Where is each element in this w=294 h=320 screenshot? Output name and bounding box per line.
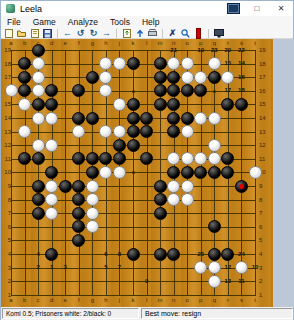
black-stone[interactable] <box>72 112 85 125</box>
coord-label-right: 1 <box>259 292 269 298</box>
black-stone[interactable] <box>99 152 112 165</box>
save-icon[interactable] <box>42 28 53 38</box>
coord-label-bottom: p <box>196 297 206 303</box>
white-stone[interactable] <box>113 98 126 111</box>
coord-label-right: 2 <box>259 278 269 284</box>
black-stone[interactable] <box>167 125 180 138</box>
move-number-label: 1 <box>46 264 58 271</box>
black-stone[interactable] <box>154 57 167 70</box>
coord-label-bottom: g <box>87 297 97 303</box>
white-stone[interactable] <box>167 180 180 193</box>
coord-label-top: f <box>74 40 84 46</box>
star-point <box>132 171 135 174</box>
white-stone[interactable] <box>99 71 112 84</box>
black-stone[interactable] <box>127 112 140 125</box>
window-preview-icon[interactable] <box>221 1 245 16</box>
white-stone[interactable] <box>194 112 207 125</box>
coord-label-top: a <box>6 40 16 46</box>
coord-label-left: 10 <box>1 169 11 175</box>
white-stone[interactable] <box>45 112 58 125</box>
black-stone[interactable] <box>221 248 234 261</box>
white-stone[interactable] <box>32 57 45 70</box>
white-stone[interactable] <box>181 71 194 84</box>
grid-line <box>11 295 256 296</box>
open-recent-icon[interactable] <box>29 28 40 38</box>
move-number-label: 17 <box>222 87 234 94</box>
white-stone[interactable] <box>181 180 194 193</box>
move-number-label: 23 <box>208 47 220 54</box>
white-stone[interactable] <box>194 261 207 274</box>
move-number-label: 11 <box>235 278 247 285</box>
score-icon[interactable] <box>121 28 132 38</box>
coord-label-bottom: a <box>6 297 16 303</box>
black-stone[interactable] <box>18 84 31 97</box>
open-icon[interactable] <box>16 28 27 38</box>
white-stone[interactable] <box>99 166 112 179</box>
coord-label-left: 11 <box>1 156 11 162</box>
grid-line <box>11 240 256 241</box>
white-stone[interactable] <box>208 275 221 288</box>
clear-analysis-icon[interactable]: ✗ <box>167 28 178 38</box>
coord-label-right: 7 <box>259 210 269 216</box>
coord-label-bottom: m <box>155 297 165 303</box>
white-stone[interactable] <box>249 166 262 179</box>
coord-label-right: 8 <box>259 197 269 203</box>
move-number-label: 14 <box>235 60 247 67</box>
white-stone[interactable] <box>167 57 180 70</box>
coord-label-right: 14 <box>259 115 269 121</box>
white-stone[interactable] <box>181 125 194 138</box>
white-stone[interactable] <box>18 125 31 138</box>
coord-label-left: 13 <box>1 129 11 135</box>
black-stone[interactable] <box>127 57 140 70</box>
coord-label-left: 7 <box>1 210 11 216</box>
coord-label-bottom: d <box>47 297 57 303</box>
forward-arrow-icon[interactable]: → <box>101 28 112 38</box>
menu-game[interactable]: Game <box>27 16 62 28</box>
black-stone[interactable] <box>32 44 45 57</box>
status-komi-prisoners: Komi 0.5; Prisoners white: 2/black: 0 <box>2 308 139 319</box>
black-stone[interactable] <box>45 248 58 261</box>
move-number-label: 3 <box>59 264 71 271</box>
move-number-label: 16 <box>235 74 247 81</box>
white-stone[interactable] <box>86 220 99 233</box>
black-stone[interactable] <box>32 180 45 193</box>
black-stone[interactable] <box>140 112 153 125</box>
black-stone[interactable] <box>45 166 58 179</box>
coord-label-top: r <box>223 40 233 46</box>
coord-label-left: 19 <box>1 47 11 53</box>
star-point <box>132 90 135 93</box>
move-number-label: 22 <box>235 47 247 54</box>
white-stone[interactable] <box>208 261 221 274</box>
black-stone[interactable] <box>154 180 167 193</box>
move-number-label: 21 <box>168 47 180 54</box>
coord-label-bottom: k <box>128 297 138 303</box>
menu-tools[interactable]: Tools <box>104 16 136 28</box>
black-stone[interactable] <box>72 234 85 247</box>
menu-bar: File Game Analyze Tools Help <box>1 16 293 28</box>
print-icon[interactable] <box>147 28 158 38</box>
coord-label-top: s <box>236 40 246 46</box>
coord-label-left: 12 <box>1 142 11 148</box>
white-stone[interactable] <box>235 261 248 274</box>
black-stone[interactable] <box>32 193 45 206</box>
coord-label-right: 13 <box>259 129 269 135</box>
white-stone[interactable] <box>99 125 112 138</box>
coord-label-top: t <box>250 40 260 46</box>
black-stone[interactable] <box>127 125 140 138</box>
white-stone[interactable] <box>45 193 58 206</box>
white-stone[interactable] <box>86 207 99 220</box>
coord-label-left: 14 <box>1 115 11 121</box>
coord-label-right: 19 <box>259 47 269 53</box>
coord-label-top: g <box>87 40 97 46</box>
black-stone[interactable] <box>167 248 180 261</box>
coord-label-top: e <box>60 40 70 46</box>
redo-icon[interactable]: ↻ <box>88 28 99 38</box>
coord-label-bottom: l <box>142 297 152 303</box>
white-stone[interactable] <box>72 125 85 138</box>
white-stone[interactable] <box>113 166 126 179</box>
move-number-label: 20 <box>222 47 234 54</box>
move-number-label: 7 <box>113 264 125 271</box>
white-stone[interactable] <box>167 152 180 165</box>
move-number-label: 19 <box>195 47 207 54</box>
coord-label-bottom: f <box>74 297 84 303</box>
black-stone[interactable] <box>86 166 99 179</box>
white-stone[interactable] <box>113 125 126 138</box>
white-stone[interactable] <box>208 139 221 152</box>
move-number-label: 25 <box>195 251 207 258</box>
coord-label-top: h <box>101 40 111 46</box>
white-stone[interactable] <box>32 84 45 97</box>
coord-label-bottom: s <box>236 297 246 303</box>
black-stone[interactable] <box>208 220 221 233</box>
black-stone[interactable] <box>181 112 194 125</box>
black-stone[interactable] <box>221 98 234 111</box>
coord-label-top: o <box>182 40 192 46</box>
menu-file[interactable]: File <box>1 16 27 28</box>
black-stone[interactable] <box>167 166 180 179</box>
coord-label-bottom: h <box>101 297 111 303</box>
coord-label-top: q <box>209 40 219 46</box>
menu-help[interactable]: Help <box>136 16 165 28</box>
black-stone[interactable] <box>72 207 85 220</box>
black-stone[interactable] <box>221 166 234 179</box>
coord-label-left: 2 <box>1 278 11 284</box>
black-stone[interactable] <box>181 166 194 179</box>
coord-label-left: 18 <box>1 61 11 67</box>
move-number-label: 5 <box>100 264 112 271</box>
black-stone[interactable] <box>154 193 167 206</box>
black-stone[interactable] <box>86 112 99 125</box>
move-number-label: 10 <box>249 264 261 271</box>
white-stone[interactable] <box>99 57 112 70</box>
black-stone[interactable] <box>167 112 180 125</box>
coord-label-right: 4 <box>259 251 269 257</box>
stop-icon[interactable] <box>193 28 204 38</box>
white-stone[interactable] <box>167 193 180 206</box>
app-icon <box>6 4 15 13</box>
coord-label-right: 11 <box>259 156 269 162</box>
last-move-marker <box>239 184 244 189</box>
black-stone[interactable] <box>113 152 126 165</box>
coord-label-top: p <box>196 40 206 46</box>
coord-label-right: 5 <box>259 237 269 243</box>
coord-label-right: 17 <box>259 74 269 80</box>
black-stone[interactable] <box>140 125 153 138</box>
coord-label-left: 3 <box>1 265 11 271</box>
coord-label-top: d <box>47 40 57 46</box>
black-stone[interactable] <box>32 152 45 165</box>
black-stone[interactable] <box>154 248 167 261</box>
maximize-button[interactable]: □ <box>245 1 269 16</box>
white-stone[interactable] <box>45 207 58 220</box>
black-stone[interactable] <box>221 152 234 165</box>
go-board[interactable]: aa1919bb1818cc1717dd1616ee1515ff1414gg13… <box>1 39 273 307</box>
white-stone[interactable] <box>113 57 126 70</box>
black-stone[interactable] <box>72 152 85 165</box>
coord-label-top: n <box>169 40 179 46</box>
white-stone[interactable] <box>208 57 221 70</box>
computer-move-icon[interactable] <box>213 28 224 38</box>
black-stone[interactable] <box>18 152 31 165</box>
coord-label-right: 18 <box>259 61 269 67</box>
menu-analyze[interactable]: Analyze <box>62 16 104 28</box>
coord-label-right: 12 <box>259 142 269 148</box>
coord-label-top: b <box>20 40 30 46</box>
coord-label-left: 9 <box>1 183 11 189</box>
coord-label-bottom: o <box>182 297 192 303</box>
toolbar: ← ↺ ↻ → ✗ <box>1 28 293 39</box>
black-stone[interactable] <box>72 220 85 233</box>
black-stone[interactable] <box>167 71 180 84</box>
white-stone[interactable] <box>86 180 99 193</box>
black-stone[interactable] <box>72 193 85 206</box>
analyze-icon[interactable] <box>180 28 191 38</box>
white-stone[interactable] <box>181 57 194 70</box>
coord-label-left: 1 <box>1 292 11 298</box>
white-stone[interactable] <box>194 152 207 165</box>
black-stone[interactable] <box>18 71 31 84</box>
black-stone[interactable] <box>127 98 140 111</box>
black-stone[interactable] <box>167 84 180 97</box>
coord-label-left: 6 <box>1 224 11 230</box>
black-stone[interactable] <box>32 207 45 220</box>
black-stone[interactable] <box>72 180 85 193</box>
black-stone[interactable] <box>59 180 72 193</box>
white-stone[interactable] <box>194 71 207 84</box>
move-number-label: 4 <box>32 251 44 258</box>
black-stone[interactable] <box>45 98 58 111</box>
white-stone[interactable] <box>32 112 45 125</box>
black-stone[interactable] <box>208 71 221 84</box>
back-arrow-icon[interactable]: ← <box>62 28 73 38</box>
coord-label-top: k <box>128 40 138 46</box>
white-stone[interactable] <box>208 112 221 125</box>
status-bar: Komi 0.5; Prisoners white: 2/black: 0 Be… <box>1 307 293 320</box>
black-stone[interactable] <box>194 166 207 179</box>
coord-label-left: 15 <box>1 101 11 107</box>
black-stone[interactable] <box>167 98 180 111</box>
black-stone[interactable] <box>86 152 99 165</box>
white-stone[interactable] <box>45 180 58 193</box>
coord-label-top: j <box>114 40 124 46</box>
black-stone[interactable] <box>127 139 140 152</box>
status-best-move: Best move: resign <box>141 308 293 319</box>
white-stone[interactable] <box>86 193 99 206</box>
black-stone[interactable] <box>45 84 58 97</box>
white-stone[interactable] <box>18 98 31 111</box>
coord-label-right: 9 <box>259 183 269 189</box>
move-number-label: 24 <box>235 251 247 258</box>
white-stone[interactable] <box>221 71 234 84</box>
black-stone[interactable] <box>194 84 207 97</box>
black-stone[interactable] <box>208 248 221 261</box>
move-number-label: 18 <box>235 87 247 94</box>
white-stone[interactable] <box>32 139 45 152</box>
move-number-label: 12 <box>222 264 234 271</box>
black-stone[interactable] <box>86 71 99 84</box>
pass-icon[interactable] <box>134 28 145 38</box>
window-title: Leela <box>20 4 42 14</box>
move-number-label: 8 <box>113 251 125 258</box>
black-stone[interactable] <box>154 207 167 220</box>
coord-label-right: 16 <box>259 88 269 94</box>
coord-label-top: m <box>155 40 165 46</box>
coord-label-right: 15 <box>259 101 269 107</box>
black-stone[interactable] <box>32 98 45 111</box>
star-point <box>213 90 216 93</box>
black-stone[interactable] <box>154 84 167 97</box>
coord-label-bottom: c <box>33 297 43 303</box>
grid-line <box>147 50 148 296</box>
leela-window: Leela □ ✕ File Game Analyze Tools Help ←… <box>0 0 294 320</box>
move-number-label: 15 <box>222 60 234 67</box>
black-stone[interactable] <box>72 84 85 97</box>
coord-label-left: 5 <box>1 237 11 243</box>
black-stone[interactable] <box>208 166 221 179</box>
black-stone[interactable] <box>18 57 31 70</box>
black-stone[interactable] <box>235 98 248 111</box>
black-stone[interactable] <box>140 152 153 165</box>
white-stone[interactable] <box>99 84 112 97</box>
coord-label-bottom: n <box>169 297 179 303</box>
title-bar: Leela □ ✕ <box>1 1 293 16</box>
coord-label-left: 8 <box>1 197 11 203</box>
move-number-label: 9 <box>141 278 153 285</box>
white-stone[interactable] <box>181 152 194 165</box>
close-button[interactable]: ✕ <box>269 1 293 16</box>
move-number-label: 6 <box>100 251 112 258</box>
move-number-label: 13 <box>222 278 234 285</box>
coord-label-top: l <box>142 40 152 46</box>
coord-label-left: 17 <box>1 74 11 80</box>
coord-label-bottom: t <box>250 297 260 303</box>
black-stone[interactable] <box>154 98 167 111</box>
black-stone[interactable] <box>181 84 194 97</box>
coord-label-bottom: e <box>60 297 70 303</box>
coord-label-bottom: q <box>209 297 219 303</box>
coord-label-bottom: r <box>223 297 233 303</box>
coord-label-right: 6 <box>259 224 269 230</box>
black-stone[interactable] <box>127 248 140 261</box>
black-stone[interactable] <box>113 139 126 152</box>
move-number-label: 2 <box>32 264 44 271</box>
undo-icon[interactable]: ↺ <box>75 28 86 38</box>
white-stone[interactable] <box>208 152 221 165</box>
coord-label-bottom: j <box>114 297 124 303</box>
new-board-icon[interactable] <box>3 28 14 38</box>
white-stone[interactable] <box>32 71 45 84</box>
window-background-strip <box>273 39 294 307</box>
coord-label-bottom: b <box>20 297 30 303</box>
black-stone[interactable] <box>154 71 167 84</box>
white-stone[interactable] <box>5 84 18 97</box>
coord-label-left: 4 <box>1 251 11 257</box>
white-stone[interactable] <box>181 193 194 206</box>
white-stone[interactable] <box>45 139 58 152</box>
